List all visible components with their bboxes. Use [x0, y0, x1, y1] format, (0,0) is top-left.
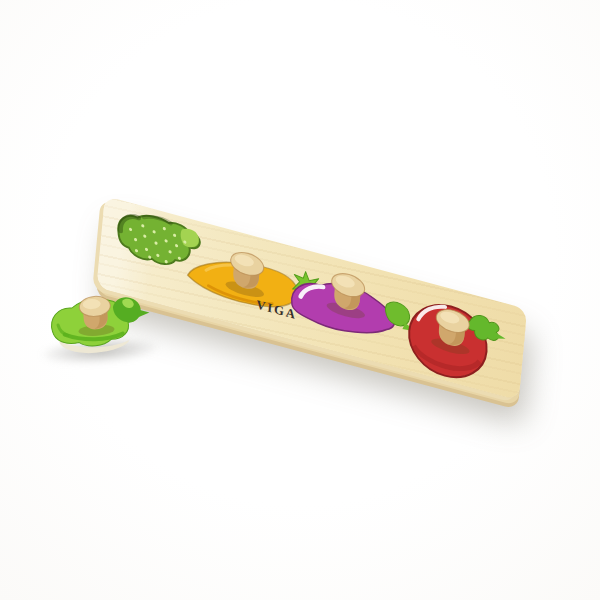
piece-tomato[interactable]: [392, 285, 512, 396]
loose-piece-green-pepper[interactable]: [44, 284, 159, 362]
product-photo-scene: VIGA: [0, 0, 600, 600]
puzzle-board: VIGA: [96, 196, 527, 400]
